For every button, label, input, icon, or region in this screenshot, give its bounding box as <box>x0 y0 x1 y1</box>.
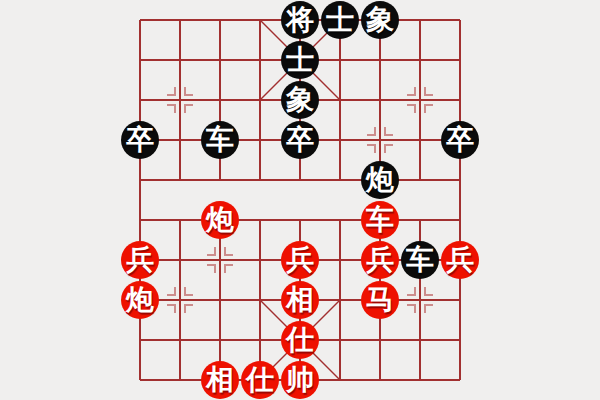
red-advisor-piece[interactable]: 仕 <box>281 321 319 359</box>
red-chariot-piece[interactable]: 车 <box>361 201 399 239</box>
red-elephant-piece[interactable]: 相 <box>201 361 239 399</box>
black-elephant-piece[interactable]: 象 <box>361 1 399 39</box>
red-general-piece[interactable]: 帅 <box>281 361 319 399</box>
black-advisor-piece[interactable]: 士 <box>281 41 319 79</box>
black-cannon-piece[interactable]: 炮 <box>361 161 399 199</box>
black-advisor-piece[interactable]: 士 <box>321 1 359 39</box>
red-cannon-piece[interactable]: 炮 <box>121 281 159 319</box>
red-cannon-piece[interactable]: 炮 <box>201 201 239 239</box>
red-soldier-piece[interactable]: 兵 <box>441 241 479 279</box>
black-soldier-piece[interactable]: 卒 <box>281 121 319 159</box>
red-advisor-piece[interactable]: 仕 <box>241 361 279 399</box>
red-horse-piece[interactable]: 马 <box>361 281 399 319</box>
black-chariot-piece[interactable]: 车 <box>201 121 239 159</box>
pieces-layer: 将士象士象卒车卒卒炮车炮车兵兵兵兵炮相马仕相仕帅 <box>0 0 600 400</box>
red-elephant-piece[interactable]: 相 <box>281 281 319 319</box>
red-soldier-piece[interactable]: 兵 <box>121 241 159 279</box>
black-soldier-piece[interactable]: 卒 <box>121 121 159 159</box>
red-soldier-piece[interactable]: 兵 <box>361 241 399 279</box>
black-soldier-piece[interactable]: 卒 <box>441 121 479 159</box>
black-chariot-piece[interactable]: 车 <box>401 241 439 279</box>
black-general-piece[interactable]: 将 <box>281 1 319 39</box>
red-soldier-piece[interactable]: 兵 <box>281 241 319 279</box>
black-elephant-piece[interactable]: 象 <box>281 81 319 119</box>
xiangqi-board: 将士象士象卒车卒卒炮车炮车兵兵兵兵炮相马仕相仕帅 <box>0 0 600 400</box>
